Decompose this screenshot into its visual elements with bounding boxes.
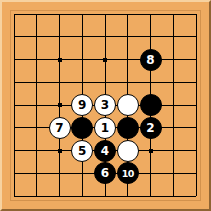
board-point[interactable]: 3 (94, 94, 117, 117)
board-point[interactable]: 7 (48, 116, 71, 139)
stone-black (117, 117, 139, 139)
board-point[interactable] (3, 185, 26, 208)
go-board[interactable]: 89371254610 (0, 0, 211, 211)
board-point[interactable]: 10 (116, 162, 139, 185)
board-point[interactable] (162, 139, 185, 162)
move-number-label: 2 (146, 122, 154, 134)
board-point[interactable] (48, 3, 71, 26)
stone-black-move-8: 8 (140, 49, 162, 71)
board-point[interactable] (48, 185, 71, 208)
board-point[interactable] (139, 3, 162, 26)
board-point[interactable]: 9 (71, 94, 94, 117)
board-point[interactable] (116, 3, 139, 26)
board-point[interactable] (139, 25, 162, 48)
move-number-label: 8 (146, 54, 154, 66)
stone-white-move-1: 1 (94, 117, 116, 139)
board-point[interactable] (162, 48, 185, 71)
board-point[interactable] (48, 25, 71, 48)
board-point[interactable] (94, 185, 117, 208)
board-point[interactable] (162, 25, 185, 48)
board-point[interactable] (48, 139, 71, 162)
board-point[interactable] (25, 139, 48, 162)
board-point[interactable] (71, 25, 94, 48)
board-point[interactable] (116, 94, 139, 117)
move-number-label: 3 (101, 99, 109, 111)
go-board-grid: 89371254610 (3, 3, 208, 208)
board-point[interactable] (3, 139, 26, 162)
board-point[interactable] (162, 116, 185, 139)
board-point[interactable] (71, 48, 94, 71)
board-point[interactable] (48, 162, 71, 185)
board-point[interactable] (116, 139, 139, 162)
board-point[interactable] (25, 71, 48, 94)
board-point[interactable] (185, 162, 208, 185)
board-point[interactable]: 5 (71, 139, 94, 162)
board-point[interactable] (116, 25, 139, 48)
move-number-label: 5 (78, 145, 86, 157)
board-point[interactable] (94, 25, 117, 48)
board-point[interactable] (94, 71, 117, 94)
move-number-label: 1 (101, 122, 109, 134)
board-point[interactable] (48, 94, 71, 117)
board-point[interactable] (185, 185, 208, 208)
board-point[interactable] (139, 185, 162, 208)
board-point[interactable]: 6 (94, 162, 117, 185)
board-point[interactable] (116, 48, 139, 71)
board-point[interactable] (116, 116, 139, 139)
board-point[interactable] (185, 25, 208, 48)
board-point[interactable] (94, 3, 117, 26)
board-point[interactable] (185, 116, 208, 139)
board-point[interactable] (71, 71, 94, 94)
board-point[interactable] (71, 185, 94, 208)
board-point[interactable] (162, 162, 185, 185)
stone-black (71, 117, 93, 139)
move-number-label: 9 (78, 99, 86, 111)
board-point[interactable] (94, 48, 117, 71)
board-point[interactable] (48, 71, 71, 94)
stone-white-move-3: 3 (94, 94, 116, 116)
move-number-label: 10 (122, 169, 134, 179)
stone-white (117, 140, 139, 162)
board-point[interactable]: 8 (139, 48, 162, 71)
stone-white (117, 94, 139, 116)
board-point[interactable]: 1 (94, 116, 117, 139)
board-point[interactable] (25, 185, 48, 208)
board-point[interactable] (139, 94, 162, 117)
board-point[interactable] (185, 3, 208, 26)
board-point[interactable] (71, 3, 94, 26)
board-point[interactable] (185, 48, 208, 71)
board-point[interactable] (3, 3, 26, 26)
move-number-label: 7 (55, 122, 63, 134)
move-number-label: 6 (101, 167, 109, 179)
board-point[interactable] (185, 71, 208, 94)
board-point[interactable] (116, 71, 139, 94)
board-point[interactable] (116, 185, 139, 208)
stone-black-move-10: 10 (117, 162, 139, 184)
board-point[interactable] (71, 116, 94, 139)
move-number-label: 4 (101, 145, 109, 157)
board-point[interactable] (25, 3, 48, 26)
board-point[interactable] (25, 162, 48, 185)
board-point[interactable] (3, 94, 26, 117)
stone-black-move-2: 2 (140, 117, 162, 139)
stone-black (140, 94, 162, 116)
board-point[interactable] (162, 94, 185, 117)
board-point[interactable] (3, 48, 26, 71)
board-point[interactable] (25, 116, 48, 139)
stone-white-move-5: 5 (71, 140, 93, 162)
board-point[interactable] (71, 162, 94, 185)
board-point[interactable]: 2 (139, 116, 162, 139)
board-point[interactable] (139, 71, 162, 94)
stone-white-move-9: 9 (71, 94, 93, 116)
board-point[interactable]: 4 (94, 139, 117, 162)
stone-black-move-6: 6 (94, 162, 116, 184)
board-point[interactable] (25, 94, 48, 117)
board-point[interactable] (3, 71, 26, 94)
stone-black-move-4: 4 (94, 140, 116, 162)
board-point[interactable] (3, 25, 26, 48)
board-point[interactable] (3, 162, 26, 185)
board-point[interactable] (162, 3, 185, 26)
board-point[interactable] (139, 162, 162, 185)
stone-white-move-7: 7 (49, 117, 71, 139)
board-point[interactable] (162, 185, 185, 208)
board-point[interactable] (185, 94, 208, 117)
board-point[interactable] (25, 25, 48, 48)
board-point[interactable] (3, 116, 26, 139)
board-point[interactable] (48, 48, 71, 71)
board-point[interactable] (185, 139, 208, 162)
board-point[interactable] (162, 71, 185, 94)
board-point[interactable] (139, 139, 162, 162)
board-point[interactable] (25, 48, 48, 71)
